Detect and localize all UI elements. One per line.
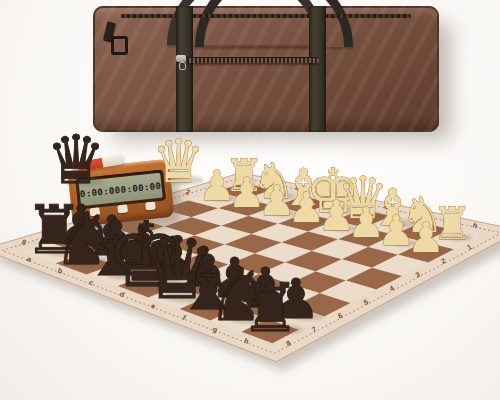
chess-clock: 0:00:00 0:00:00 [67,159,175,227]
clock-button [145,201,156,210]
clock-time-left: 0:00:00 [79,185,121,199]
rocker-white-side [102,154,124,167]
clock-button [117,204,128,213]
product-photo-scene: aabbccddeeffgghh1122334455667788 0:00:00… [0,0,500,400]
clock-button [89,207,100,216]
clock-time-right: 0:00:00 [120,180,162,194]
